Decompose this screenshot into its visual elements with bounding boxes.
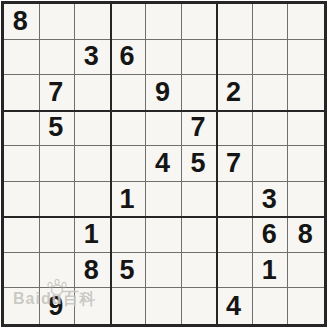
cell-r3c4 <box>111 75 147 111</box>
cell-r5c8 <box>253 146 289 182</box>
sudoku-grid: 836792574571316885194 <box>4 4 324 324</box>
cell-r1c1: 8 <box>4 4 40 40</box>
cell-r4c8 <box>253 111 289 147</box>
cell-r2c5 <box>146 40 182 76</box>
given-digit: 9 <box>48 293 63 320</box>
cell-r2c9 <box>288 40 324 76</box>
box-border-horizontal-top <box>4 110 324 112</box>
cell-r9c8 <box>253 288 289 324</box>
cell-r7c4 <box>111 217 147 253</box>
given-digit: 4 <box>155 150 170 177</box>
given-digit: 6 <box>119 43 134 70</box>
cell-r3c6 <box>182 75 218 111</box>
box-border-horizontal-bottom <box>4 216 324 218</box>
cell-r5c7: 7 <box>217 146 253 182</box>
cell-r7c7 <box>217 217 253 253</box>
cell-r5c6: 5 <box>182 146 218 182</box>
cell-r4c2: 5 <box>40 111 76 147</box>
cell-r5c1 <box>4 146 40 182</box>
cell-r3c2: 7 <box>40 75 76 111</box>
cell-r4c1 <box>4 111 40 147</box>
cell-r3c9 <box>288 75 324 111</box>
sudoku-board: 836792574571316885194 <box>1 1 327 327</box>
cell-r6c9 <box>288 182 324 218</box>
cell-r4c6: 7 <box>182 111 218 147</box>
cell-r2c2 <box>40 40 76 76</box>
box-border-vertical-left <box>110 4 112 324</box>
given-digit: 7 <box>226 150 241 177</box>
cell-r2c6 <box>182 40 218 76</box>
cell-r6c1 <box>4 182 40 218</box>
cell-r1c2 <box>40 4 76 40</box>
cell-r9c7: 4 <box>217 288 253 324</box>
cell-r8c5 <box>146 253 182 289</box>
given-digit: 6 <box>262 221 277 248</box>
given-digit: 5 <box>48 114 63 141</box>
cell-r8c2 <box>40 253 76 289</box>
cell-r5c2 <box>40 146 76 182</box>
cell-r6c3 <box>75 182 111 218</box>
cell-r6c7 <box>217 182 253 218</box>
cell-r8c6 <box>182 253 218 289</box>
cell-r8c8: 1 <box>253 253 289 289</box>
cell-r3c1 <box>4 75 40 111</box>
cell-r1c9 <box>288 4 324 40</box>
cell-r6c2 <box>40 182 76 218</box>
cell-r5c3 <box>75 146 111 182</box>
given-digit: 5 <box>119 257 134 284</box>
cell-r6c8: 3 <box>253 182 289 218</box>
cell-r4c3 <box>75 111 111 147</box>
given-digit: 9 <box>155 79 170 106</box>
cell-r7c8: 6 <box>253 217 289 253</box>
cell-r7c9: 8 <box>288 217 324 253</box>
given-digit: 4 <box>226 293 241 320</box>
cell-r3c3 <box>75 75 111 111</box>
cell-r2c8 <box>253 40 289 76</box>
cell-r9c6 <box>182 288 218 324</box>
cell-r7c5 <box>146 217 182 253</box>
cell-r1c8 <box>253 4 289 40</box>
cell-r4c7 <box>217 111 253 147</box>
cell-r1c5 <box>146 4 182 40</box>
cell-r8c7 <box>217 253 253 289</box>
cell-r2c1 <box>4 40 40 76</box>
given-digit: 1 <box>119 186 134 213</box>
cell-r1c6 <box>182 4 218 40</box>
given-digit: 3 <box>84 43 99 70</box>
sudoku-image: 836792574571316885194 Baidu百科 <box>0 0 329 330</box>
cell-r8c1 <box>4 253 40 289</box>
cell-r4c5 <box>146 111 182 147</box>
given-digit: 8 <box>13 8 28 35</box>
cell-r1c7 <box>217 4 253 40</box>
cell-r9c5 <box>146 288 182 324</box>
cell-r1c3 <box>75 4 111 40</box>
cell-r4c4 <box>111 111 147 147</box>
given-digit: 3 <box>262 186 277 213</box>
given-digit: 1 <box>262 257 277 284</box>
cell-r9c2: 9 <box>40 288 76 324</box>
given-digit: 5 <box>191 150 206 177</box>
given-digit: 1 <box>84 221 99 248</box>
given-digit: 8 <box>84 257 99 284</box>
cell-r5c5: 4 <box>146 146 182 182</box>
cell-r5c9 <box>288 146 324 182</box>
cell-r2c4: 6 <box>111 40 147 76</box>
cell-r7c1 <box>4 217 40 253</box>
cell-r8c9 <box>288 253 324 289</box>
cell-r4c9 <box>288 111 324 147</box>
cell-r7c6 <box>182 217 218 253</box>
box-border-vertical-right <box>216 4 218 324</box>
cell-r5c4 <box>111 146 147 182</box>
cell-r9c1 <box>4 288 40 324</box>
cell-r3c7: 2 <box>217 75 253 111</box>
cell-r3c8 <box>253 75 289 111</box>
cell-r9c3 <box>75 288 111 324</box>
cell-r7c3: 1 <box>75 217 111 253</box>
cell-r9c9 <box>288 288 324 324</box>
cell-r3c5: 9 <box>146 75 182 111</box>
given-digit: 8 <box>298 221 313 248</box>
cell-r6c5 <box>146 182 182 218</box>
given-digit: 2 <box>226 79 241 106</box>
cell-r2c7 <box>217 40 253 76</box>
cell-r9c4 <box>111 288 147 324</box>
given-digit: 7 <box>191 114 206 141</box>
cell-r8c4: 5 <box>111 253 147 289</box>
cell-r7c2 <box>40 217 76 253</box>
cell-r8c3: 8 <box>75 253 111 289</box>
cell-r2c3: 3 <box>75 40 111 76</box>
given-digit: 7 <box>48 79 63 106</box>
cell-r6c4: 1 <box>111 182 147 218</box>
cell-r1c4 <box>111 4 147 40</box>
cell-r6c6 <box>182 182 218 218</box>
